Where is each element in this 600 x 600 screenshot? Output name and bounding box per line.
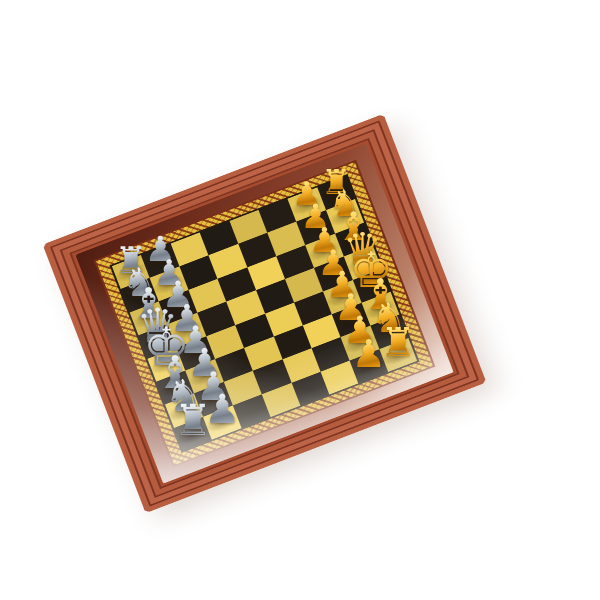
product-photo-stage: ♜♟♞♟♝♟♟♛♜♟♟♚♞♟♟♝♝♟♟♞♛♟♟♜♚♟♟♝♟♞♟♜ xyxy=(0,0,600,600)
pieces-layer: ♜♟♞♟♝♟♟♛♜♟♟♚♞♟♟♝♝♟♟♞♛♟♟♜♚♟♟♝♟♞♟♜ xyxy=(0,0,600,600)
piece-gold-pawn-h7[interactable]: ♟ xyxy=(339,335,399,373)
piece-silver-rook-h1[interactable]: ♜ xyxy=(163,399,223,442)
